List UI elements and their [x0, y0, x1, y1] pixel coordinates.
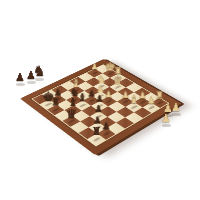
captured-white-pawn: ♟ — [160, 112, 172, 126]
captured-black-knight: ♞ — [33, 64, 45, 78]
chess-set-photo: ♜♛♜♚♟♟♝♟♟♝♞♟♟♝♟♟♝♟♞♟♟♛♟♜♜♚ ♟♟♞ ♟♟♟ — [0, 0, 200, 200]
board-grid — [33, 65, 169, 146]
